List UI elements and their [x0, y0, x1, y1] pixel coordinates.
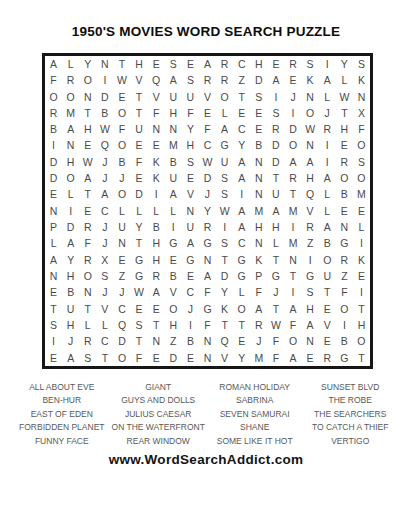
grid-cell-r5c11[interactable]: A: [216, 121, 233, 137]
grid-cell-r17c14[interactable]: W: [267, 317, 284, 333]
grid-cell-r5c5[interactable]: F: [113, 121, 130, 137]
grid-cell-r8c15[interactable]: R: [284, 170, 301, 186]
grid-cell-r11c15[interactable]: I: [284, 219, 301, 235]
grid-cell-r19c10[interactable]: N: [199, 350, 216, 366]
grid-cell-r13c1[interactable]: A: [45, 252, 62, 268]
grid-cell-r10c13[interactable]: M: [250, 203, 267, 219]
grid-cell-r10c8[interactable]: L: [165, 203, 182, 219]
grid-cell-r18c7[interactable]: N: [148, 333, 165, 349]
grid-cell-r1c15[interactable]: R: [284, 56, 301, 72]
grid-cell-r10c6[interactable]: L: [131, 203, 148, 219]
grid-cell-r7c16[interactable]: A: [302, 154, 319, 170]
grid-cell-r12c18[interactable]: G: [336, 235, 353, 251]
grid-cell-r18c17[interactable]: E: [319, 333, 336, 349]
grid-cell-r11c3[interactable]: R: [79, 219, 96, 235]
grid-cell-r10c18[interactable]: E: [336, 203, 353, 219]
grid-cell-r16c19[interactable]: T: [353, 301, 370, 317]
grid-cell-r9c15[interactable]: T: [284, 187, 301, 203]
grid-cell-r7c17[interactable]: I: [319, 154, 336, 170]
grid-cell-r2c19[interactable]: K: [353, 72, 370, 88]
grid-cell-r15c15[interactable]: I: [284, 284, 301, 300]
grid-cell-r11c5[interactable]: U: [113, 219, 130, 235]
grid-cell-r11c17[interactable]: A: [319, 219, 336, 235]
grid-cell-r2c14[interactable]: A: [267, 72, 284, 88]
grid-cell-r2c6[interactable]: V: [131, 72, 148, 88]
grid-cell-r17c6[interactable]: S: [131, 317, 148, 333]
grid-cell-r9c3[interactable]: T: [79, 187, 96, 203]
grid-cell-r7c6[interactable]: F: [131, 154, 148, 170]
grid-cell-r12c14[interactable]: L: [267, 235, 284, 251]
grid-cell-r9c7[interactable]: I: [148, 187, 165, 203]
grid-cell-r16c7[interactable]: E: [148, 301, 165, 317]
grid-cell-r15c3[interactable]: N: [79, 284, 96, 300]
grid-cell-r4c4[interactable]: B: [96, 105, 113, 121]
grid-cell-r13c6[interactable]: G: [131, 252, 148, 268]
grid-cell-r7c4[interactable]: J: [96, 154, 113, 170]
grid-cell-r1c11[interactable]: R: [216, 56, 233, 72]
grid-cell-r1c7[interactable]: E: [148, 56, 165, 72]
grid-cell-r12c8[interactable]: G: [165, 235, 182, 251]
grid-cell-r6c5[interactable]: O: [113, 138, 130, 154]
grid-cell-r7c15[interactable]: A: [284, 154, 301, 170]
grid-cell-r6c16[interactable]: N: [302, 138, 319, 154]
grid-cell-r1c16[interactable]: S: [302, 56, 319, 72]
grid-cell-r13c7[interactable]: H: [148, 252, 165, 268]
grid-cell-r5c18[interactable]: H: [336, 121, 353, 137]
grid-cell-r6c9[interactable]: H: [182, 138, 199, 154]
grid-cell-r8c1[interactable]: D: [45, 170, 62, 186]
grid-cell-r14c15[interactable]: T: [284, 268, 301, 284]
grid-cell-r4c16[interactable]: O: [302, 105, 319, 121]
grid-cell-r9c4[interactable]: A: [96, 187, 113, 203]
grid-cell-r3c15[interactable]: J: [284, 89, 301, 105]
grid-cell-r16c11[interactable]: K: [216, 301, 233, 317]
grid-cell-r17c16[interactable]: A: [302, 317, 319, 333]
grid-cell-r12c11[interactable]: S: [216, 235, 233, 251]
grid-cell-r16c1[interactable]: T: [45, 301, 62, 317]
grid-cell-r18c5[interactable]: D: [113, 333, 130, 349]
grid-cell-r5c9[interactable]: Y: [182, 121, 199, 137]
grid-cell-r1c10[interactable]: A: [199, 56, 216, 72]
grid-cell-r17c5[interactable]: Q: [113, 317, 130, 333]
grid-cell-r14c5[interactable]: Z: [113, 268, 130, 284]
grid-cell-r13c18[interactable]: R: [336, 252, 353, 268]
grid-cell-r12c17[interactable]: B: [319, 235, 336, 251]
grid-cell-r11c1[interactable]: P: [45, 219, 62, 235]
grid-cell-r8c8[interactable]: U: [165, 170, 182, 186]
grid-cell-r10c2[interactable]: I: [62, 203, 79, 219]
grid-cell-r4c2[interactable]: M: [62, 105, 79, 121]
grid-cell-r5c16[interactable]: W: [302, 121, 319, 137]
grid-cell-r12c10[interactable]: G: [199, 235, 216, 251]
grid-cell-r16c8[interactable]: O: [165, 301, 182, 317]
grid-cell-r12c15[interactable]: M: [284, 235, 301, 251]
grid-cell-r16c2[interactable]: U: [62, 301, 79, 317]
grid-cell-r14c11[interactable]: D: [216, 268, 233, 284]
grid-cell-r1c9[interactable]: E: [182, 56, 199, 72]
grid-cell-r3c13[interactable]: S: [250, 89, 267, 105]
grid-cell-r1c12[interactable]: C: [233, 56, 250, 72]
grid-cell-r2c3[interactable]: O: [79, 72, 96, 88]
grid-cell-r1c6[interactable]: H: [131, 56, 148, 72]
grid-cell-r17c11[interactable]: T: [216, 317, 233, 333]
grid-cell-r18c10[interactable]: N: [199, 333, 216, 349]
grid-cell-r19c14[interactable]: F: [267, 350, 284, 366]
grid-cell-r6c3[interactable]: E: [79, 138, 96, 154]
grid-cell-r14c4[interactable]: S: [96, 268, 113, 284]
grid-cell-r1c8[interactable]: S: [165, 56, 182, 72]
grid-cell-r1c17[interactable]: I: [319, 56, 336, 72]
grid-cell-r2c9[interactable]: S: [182, 72, 199, 88]
grid-cell-r10c17[interactable]: L: [319, 203, 336, 219]
grid-cell-r2c7[interactable]: Q: [148, 72, 165, 88]
grid-cell-r16c5[interactable]: C: [113, 301, 130, 317]
grid-cell-r14c17[interactable]: U: [319, 268, 336, 284]
grid-cell-r16c17[interactable]: E: [319, 301, 336, 317]
grid-cell-r18c8[interactable]: Z: [165, 333, 182, 349]
grid-cell-r13c4[interactable]: X: [96, 252, 113, 268]
grid-cell-r11c19[interactable]: L: [353, 219, 370, 235]
grid-cell-r3c16[interactable]: N: [302, 89, 319, 105]
grid-cell-r3c5[interactable]: E: [113, 89, 130, 105]
grid-cell-r19c15[interactable]: A: [284, 350, 301, 366]
grid-cell-r14c9[interactable]: E: [182, 268, 199, 284]
grid-cell-r17c2[interactable]: H: [62, 317, 79, 333]
grid-cell-r8c7[interactable]: K: [148, 170, 165, 186]
grid-cell-r2c10[interactable]: R: [199, 72, 216, 88]
grid-cell-r14c3[interactable]: O: [79, 268, 96, 284]
grid-cell-r8c14[interactable]: T: [267, 170, 284, 186]
grid-cell-r2c16[interactable]: K: [302, 72, 319, 88]
grid-cell-r15c11[interactable]: Y: [216, 284, 233, 300]
grid-cell-r17c1[interactable]: S: [45, 317, 62, 333]
grid-cell-r4c1[interactable]: R: [45, 105, 62, 121]
grid-cell-r18c11[interactable]: Q: [216, 333, 233, 349]
grid-cell-r5c14[interactable]: R: [267, 121, 284, 137]
grid-cell-r9c9[interactable]: V: [182, 187, 199, 203]
grid-cell-r15c4[interactable]: J: [96, 284, 113, 300]
grid-cell-r4c13[interactable]: E: [250, 105, 267, 121]
grid-cell-r5c8[interactable]: N: [165, 121, 182, 137]
grid-cell-r7c5[interactable]: B: [113, 154, 130, 170]
grid-cell-r19c12[interactable]: Y: [233, 350, 250, 366]
grid-cell-r9c16[interactable]: Q: [302, 187, 319, 203]
grid-cell-r17c4[interactable]: L: [96, 317, 113, 333]
grid-cell-r11c4[interactable]: J: [96, 219, 113, 235]
grid-cell-r6c4[interactable]: Q: [96, 138, 113, 154]
grid-cell-r9c11[interactable]: S: [216, 187, 233, 203]
grid-cell-r7c10[interactable]: W: [199, 154, 216, 170]
grid-cell-r18c19[interactable]: O: [353, 333, 370, 349]
grid-cell-r15c16[interactable]: S: [302, 284, 319, 300]
grid-cell-r19c6[interactable]: F: [131, 350, 148, 366]
grid-cell-r3c6[interactable]: T: [131, 89, 148, 105]
grid-cell-r16c16[interactable]: H: [302, 301, 319, 317]
grid-cell-r4c7[interactable]: F: [148, 105, 165, 121]
grid-cell-r11c11[interactable]: I: [216, 219, 233, 235]
grid-cell-r7c9[interactable]: S: [182, 154, 199, 170]
grid-cell-r12c2[interactable]: A: [62, 235, 79, 251]
grid-cell-r10c19[interactable]: E: [353, 203, 370, 219]
grid-cell-r6c7[interactable]: E: [148, 138, 165, 154]
grid-cell-r16c4[interactable]: V: [96, 301, 113, 317]
grid-cell-r8c5[interactable]: J: [113, 170, 130, 186]
grid-cell-r9c13[interactable]: N: [250, 187, 267, 203]
grid-cell-r18c6[interactable]: T: [131, 333, 148, 349]
grid-cell-r16c14[interactable]: T: [267, 301, 284, 317]
grid-cell-r13c9[interactable]: G: [182, 252, 199, 268]
grid-cell-r6c12[interactable]: Y: [233, 138, 250, 154]
grid-cell-r19c5[interactable]: O: [113, 350, 130, 366]
grid-cell-r4c19[interactable]: X: [353, 105, 370, 121]
grid-cell-r14c10[interactable]: A: [199, 268, 216, 284]
grid-cell-r4c6[interactable]: T: [131, 105, 148, 121]
grid-cell-r2c11[interactable]: R: [216, 72, 233, 88]
grid-cell-r9c17[interactable]: L: [319, 187, 336, 203]
grid-cell-r19c1[interactable]: E: [45, 350, 62, 366]
grid-cell-r1c14[interactable]: E: [267, 56, 284, 72]
grid-cell-r4c14[interactable]: S: [267, 105, 284, 121]
grid-cell-r18c4[interactable]: C: [96, 333, 113, 349]
grid-cell-r13c8[interactable]: E: [165, 252, 182, 268]
grid-cell-r3c10[interactable]: V: [199, 89, 216, 105]
grid-cell-r15c1[interactable]: E: [45, 284, 62, 300]
grid-cell-r5c12[interactable]: C: [233, 121, 250, 137]
grid-cell-r13c15[interactable]: N: [284, 252, 301, 268]
grid-cell-r18c9[interactable]: B: [182, 333, 199, 349]
grid-cell-r15c2[interactable]: B: [62, 284, 79, 300]
grid-cell-r7c13[interactable]: N: [250, 154, 267, 170]
grid-cell-r15c9[interactable]: C: [182, 284, 199, 300]
grid-cell-r6c14[interactable]: D: [267, 138, 284, 154]
grid-cell-r14c8[interactable]: B: [165, 268, 182, 284]
grid-cell-r7c19[interactable]: S: [353, 154, 370, 170]
grid-cell-r8c19[interactable]: O: [353, 170, 370, 186]
grid-cell-r4c10[interactable]: E: [199, 105, 216, 121]
grid-cell-r2c13[interactable]: D: [250, 72, 267, 88]
grid-cell-r13c17[interactable]: O: [319, 252, 336, 268]
grid-cell-r10c12[interactable]: A: [233, 203, 250, 219]
grid-cell-r19c8[interactable]: D: [165, 350, 182, 366]
grid-cell-r8c2[interactable]: O: [62, 170, 79, 186]
grid-cell-r9c12[interactable]: I: [233, 187, 250, 203]
grid-cell-r19c7[interactable]: E: [148, 350, 165, 366]
grid-cell-r2c4[interactable]: I: [96, 72, 113, 88]
grid-cell-r19c9[interactable]: E: [182, 350, 199, 366]
grid-cell-r5c3[interactable]: H: [79, 121, 96, 137]
grid-cell-r2c17[interactable]: A: [319, 72, 336, 88]
grid-cell-r15c19[interactable]: I: [353, 284, 370, 300]
grid-cell-r4c17[interactable]: J: [319, 105, 336, 121]
grid-cell-r17c15[interactable]: F: [284, 317, 301, 333]
grid-cell-r3c4[interactable]: D: [96, 89, 113, 105]
grid-cell-r5c19[interactable]: F: [353, 121, 370, 137]
grid-cell-r11c2[interactable]: D: [62, 219, 79, 235]
grid-cell-r12c12[interactable]: C: [233, 235, 250, 251]
grid-cell-r3c7[interactable]: V: [148, 89, 165, 105]
grid-cell-r7c12[interactable]: A: [233, 154, 250, 170]
grid-cell-r18c3[interactable]: R: [79, 333, 96, 349]
grid-cell-r8c3[interactable]: A: [79, 170, 96, 186]
grid-cell-r6c11[interactable]: G: [216, 138, 233, 154]
grid-cell-r11c14[interactable]: H: [267, 219, 284, 235]
grid-cell-r17c19[interactable]: H: [353, 317, 370, 333]
grid-cell-r8c17[interactable]: A: [319, 170, 336, 186]
grid-cell-r5c7[interactable]: N: [148, 121, 165, 137]
grid-cell-r11c7[interactable]: B: [148, 219, 165, 235]
grid-cell-r17c9[interactable]: I: [182, 317, 199, 333]
grid-cell-r3c11[interactable]: O: [216, 89, 233, 105]
grid-cell-r13c2[interactable]: Y: [62, 252, 79, 268]
grid-cell-r3c3[interactable]: N: [79, 89, 96, 105]
grid-cell-r16c12[interactable]: O: [233, 301, 250, 317]
grid-cell-r6c17[interactable]: I: [319, 138, 336, 154]
grid-cell-r19c2[interactable]: A: [62, 350, 79, 366]
grid-cell-r7c2[interactable]: H: [62, 154, 79, 170]
grid-cell-r14c13[interactable]: P: [250, 268, 267, 284]
grid-cell-r9c6[interactable]: D: [131, 187, 148, 203]
grid-cell-r3c9[interactable]: U: [182, 89, 199, 105]
grid-cell-r12c19[interactable]: I: [353, 235, 370, 251]
grid-cell-r12c7[interactable]: H: [148, 235, 165, 251]
grid-cell-r3c8[interactable]: U: [165, 89, 182, 105]
grid-cell-r4c12[interactable]: E: [233, 105, 250, 121]
grid-cell-r2c2[interactable]: R: [62, 72, 79, 88]
grid-cell-r15c18[interactable]: F: [336, 284, 353, 300]
grid-cell-r13c11[interactable]: T: [216, 252, 233, 268]
grid-cell-r14c18[interactable]: Z: [336, 268, 353, 284]
grid-cell-r15c12[interactable]: L: [233, 284, 250, 300]
grid-cell-r8c4[interactable]: J: [96, 170, 113, 186]
grid-cell-r9c10[interactable]: J: [199, 187, 216, 203]
grid-cell-r15c14[interactable]: J: [267, 284, 284, 300]
grid-cell-r8c11[interactable]: S: [216, 170, 233, 186]
grid-cell-r9c2[interactable]: L: [62, 187, 79, 203]
grid-cell-r14c1[interactable]: N: [45, 268, 62, 284]
grid-cell-r13c5[interactable]: E: [113, 252, 130, 268]
grid-cell-r18c18[interactable]: B: [336, 333, 353, 349]
grid-cell-r11c9[interactable]: U: [182, 219, 199, 235]
grid-cell-r8c12[interactable]: A: [233, 170, 250, 186]
grid-cell-r17c18[interactable]: I: [336, 317, 353, 333]
grid-cell-r11c6[interactable]: Y: [131, 219, 148, 235]
grid-cell-r9c8[interactable]: A: [165, 187, 182, 203]
grid-cell-r18c16[interactable]: N: [302, 333, 319, 349]
grid-cell-r2c1[interactable]: F: [45, 72, 62, 88]
grid-cell-r4c8[interactable]: H: [165, 105, 182, 121]
grid-cell-r12c4[interactable]: J: [96, 235, 113, 251]
grid-cell-r19c13[interactable]: M: [250, 350, 267, 366]
grid-cell-r16c6[interactable]: E: [131, 301, 148, 317]
grid-cell-r9c18[interactable]: B: [336, 187, 353, 203]
grid-cell-r14c16[interactable]: G: [302, 268, 319, 284]
grid-cell-r12c16[interactable]: Z: [302, 235, 319, 251]
grid-cell-r10c11[interactable]: W: [216, 203, 233, 219]
grid-cell-r4c5[interactable]: O: [113, 105, 130, 121]
grid-cell-r19c17[interactable]: R: [319, 350, 336, 366]
grid-cell-r5c6[interactable]: U: [131, 121, 148, 137]
grid-cell-r1c1[interactable]: A: [45, 56, 62, 72]
grid-cell-r17c8[interactable]: H: [165, 317, 182, 333]
grid-cell-r15c13[interactable]: F: [250, 284, 267, 300]
grid-cell-r6c10[interactable]: C: [199, 138, 216, 154]
grid-cell-r7c7[interactable]: K: [148, 154, 165, 170]
grid-cell-r10c10[interactable]: Y: [199, 203, 216, 219]
grid-cell-r5c13[interactable]: E: [250, 121, 267, 137]
grid-cell-r6c19[interactable]: O: [353, 138, 370, 154]
grid-cell-r14c12[interactable]: G: [233, 268, 250, 284]
grid-cell-r5c10[interactable]: F: [199, 121, 216, 137]
grid-cell-r4c18[interactable]: T: [336, 105, 353, 121]
grid-cell-r16c15[interactable]: A: [284, 301, 301, 317]
grid-cell-r19c16[interactable]: E: [302, 350, 319, 366]
grid-cell-r16c3[interactable]: T: [79, 301, 96, 317]
grid-cell-r3c19[interactable]: N: [353, 89, 370, 105]
grid-cell-r17c12[interactable]: T: [233, 317, 250, 333]
grid-cell-r6c18[interactable]: E: [336, 138, 353, 154]
grid-cell-r15c6[interactable]: W: [131, 284, 148, 300]
grid-cell-r3c12[interactable]: T: [233, 89, 250, 105]
grid-cell-r1c5[interactable]: T: [113, 56, 130, 72]
grid-cell-r18c15[interactable]: O: [284, 333, 301, 349]
grid-cell-r12c9[interactable]: A: [182, 235, 199, 251]
grid-cell-r13c16[interactable]: I: [302, 252, 319, 268]
grid-cell-r18c1[interactable]: I: [45, 333, 62, 349]
grid-cell-r3c17[interactable]: L: [319, 89, 336, 105]
grid-cell-r8c16[interactable]: H: [302, 170, 319, 186]
grid-cell-r7c3[interactable]: W: [79, 154, 96, 170]
grid-cell-r1c4[interactable]: N: [96, 56, 113, 72]
grid-cell-r9c1[interactable]: E: [45, 187, 62, 203]
grid-cell-r17c3[interactable]: L: [79, 317, 96, 333]
grid-cell-r2c18[interactable]: L: [336, 72, 353, 88]
grid-cell-r11c13[interactable]: H: [250, 219, 267, 235]
grid-cell-r10c15[interactable]: M: [284, 203, 301, 219]
grid-cell-r11c18[interactable]: N: [336, 219, 353, 235]
grid-cell-r10c5[interactable]: L: [113, 203, 130, 219]
grid-cell-r5c2[interactable]: A: [62, 121, 79, 137]
grid-cell-r11c12[interactable]: A: [233, 219, 250, 235]
grid-cell-r10c4[interactable]: C: [96, 203, 113, 219]
grid-cell-r15c7[interactable]: A: [148, 284, 165, 300]
grid-cell-r14c19[interactable]: E: [353, 268, 370, 284]
grid-cell-r1c13[interactable]: H: [250, 56, 267, 72]
grid-cell-r10c1[interactable]: N: [45, 203, 62, 219]
grid-cell-r5c1[interactable]: B: [45, 121, 62, 137]
grid-cell-r11c10[interactable]: R: [199, 219, 216, 235]
grid-cell-r13c3[interactable]: R: [79, 252, 96, 268]
grid-cell-r16c9[interactable]: J: [182, 301, 199, 317]
grid-cell-r2c12[interactable]: Z: [233, 72, 250, 88]
grid-cell-r10c14[interactable]: A: [267, 203, 284, 219]
grid-cell-r5c15[interactable]: D: [284, 121, 301, 137]
grid-cell-r17c7[interactable]: T: [148, 317, 165, 333]
grid-cell-r15c8[interactable]: V: [165, 284, 182, 300]
grid-cell-r2c15[interactable]: E: [284, 72, 301, 88]
grid-cell-r6c13[interactable]: B: [250, 138, 267, 154]
grid-cell-r13c13[interactable]: K: [250, 252, 267, 268]
grid-cell-r9c5[interactable]: O: [113, 187, 130, 203]
grid-cell-r4c15[interactable]: I: [284, 105, 301, 121]
grid-cell-r6c2[interactable]: N: [62, 138, 79, 154]
grid-cell-r4c11[interactable]: L: [216, 105, 233, 121]
grid-cell-r3c2[interactable]: O: [62, 89, 79, 105]
grid-cell-r19c4[interactable]: T: [96, 350, 113, 366]
grid-cell-r8c18[interactable]: O: [336, 170, 353, 186]
grid-cell-r17c17[interactable]: V: [319, 317, 336, 333]
grid-cell-r17c13[interactable]: R: [250, 317, 267, 333]
grid-cell-r9c19[interactable]: M: [353, 187, 370, 203]
